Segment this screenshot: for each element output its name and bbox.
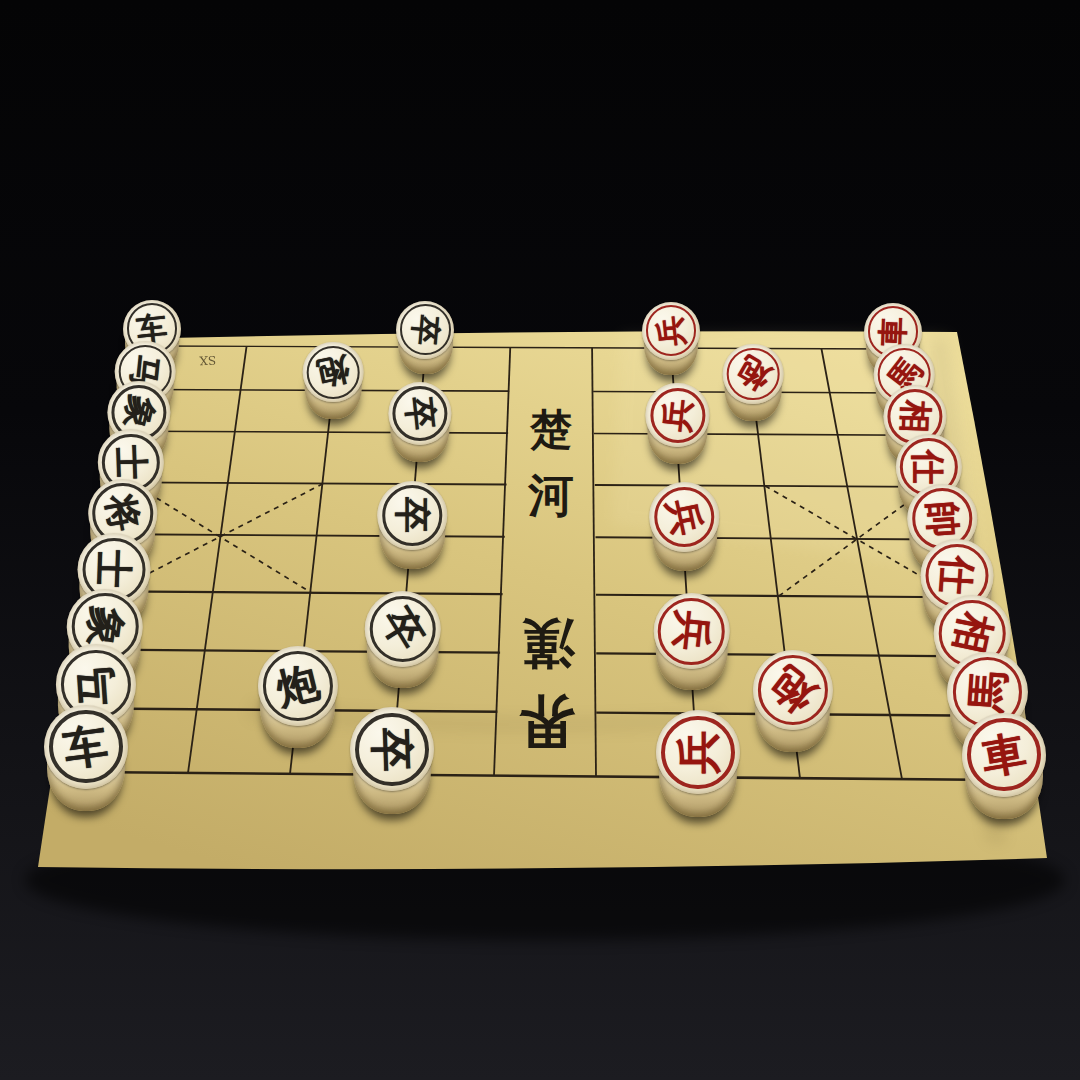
piece-character: 将 xyxy=(102,493,144,535)
piece-character: 仕 xyxy=(937,555,978,595)
piece-character: 卒 xyxy=(409,313,442,346)
piece-red-soldier[interactable]: 兵 xyxy=(656,710,740,824)
piece-character: 炮 xyxy=(764,661,822,719)
piece-red-soldier[interactable]: 兵 xyxy=(646,383,709,469)
piece-face: 車 xyxy=(962,713,1046,797)
piece-red-soldier[interactable]: 兵 xyxy=(653,593,730,697)
piece-red-soldier[interactable]: 兵 xyxy=(650,482,719,577)
piece-face: 炮 xyxy=(723,344,784,405)
piece-face: 卒 xyxy=(365,591,442,668)
piece-character: 車 xyxy=(979,729,1030,780)
piece-black-chariot[interactable]: 车 xyxy=(44,705,128,819)
piece-black-soldier[interactable]: 卒 xyxy=(350,707,434,821)
piece-character: 兵 xyxy=(655,314,688,347)
piece-character: 卒 xyxy=(369,727,414,772)
piece-character: 象 xyxy=(82,604,127,649)
piece-red-cannon[interactable]: 炮 xyxy=(723,344,784,426)
piece-character: 兵 xyxy=(670,609,714,653)
piece-character: 相 xyxy=(898,399,932,433)
piece-face: 炮 xyxy=(258,646,338,726)
piece-black-soldier[interactable]: 卒 xyxy=(388,382,451,468)
piece-character: 象 xyxy=(119,392,159,432)
piece-face: 炮 xyxy=(753,650,833,730)
pieces-layer: 车马象士将士象马车炮炮卒卒卒卒卒兵兵兵兵兵炮炮車馬相仕帥仕相馬車 xyxy=(0,0,1080,1080)
piece-black-soldier[interactable]: 卒 xyxy=(377,481,446,576)
piece-character: 相 xyxy=(949,610,996,657)
piece-character: 卒 xyxy=(394,497,430,533)
piece-character: 兵 xyxy=(663,496,706,539)
piece-character: 炮 xyxy=(272,661,323,712)
piece-face: 炮 xyxy=(303,342,364,403)
piece-black-soldier[interactable]: 卒 xyxy=(396,301,454,380)
piece-face: 兵 xyxy=(653,593,730,670)
piece-black-soldier[interactable]: 卒 xyxy=(365,591,442,695)
photo-scene: 楚河漢界SX 车马象士将士象马车炮炮卒卒卒卒卒兵兵兵兵兵炮炮車馬相仕帥仕相馬車 xyxy=(0,0,1080,1080)
piece-red-chariot[interactable]: 車 xyxy=(962,713,1046,827)
piece-character: 仕 xyxy=(911,450,945,484)
piece-character: 车 xyxy=(61,722,110,771)
piece-character: 兵 xyxy=(676,730,720,774)
piece-character: 炮 xyxy=(732,353,775,396)
piece-character: 炮 xyxy=(315,353,352,390)
piece-character: 兵 xyxy=(659,397,695,433)
piece-character: 馬 xyxy=(965,669,1009,713)
piece-face: 兵 xyxy=(646,383,709,446)
piece-character: 卒 xyxy=(375,602,430,657)
piece-face: 兵 xyxy=(642,302,700,360)
piece-face: 兵 xyxy=(656,710,740,794)
piece-face: 卒 xyxy=(388,382,451,445)
piece-character: 車 xyxy=(877,316,908,347)
piece-red-cannon[interactable]: 炮 xyxy=(753,650,833,759)
piece-black-cannon[interactable]: 炮 xyxy=(258,646,338,755)
piece-character: 卒 xyxy=(402,396,438,432)
piece-character: 帥 xyxy=(923,499,962,538)
piece-character: 士 xyxy=(113,445,149,481)
piece-character: 士 xyxy=(94,550,133,589)
piece-face: 车 xyxy=(44,705,128,789)
piece-face: 卒 xyxy=(350,707,434,791)
piece-black-cannon[interactable]: 炮 xyxy=(303,342,364,424)
piece-character: 马 xyxy=(74,662,118,706)
piece-red-soldier[interactable]: 兵 xyxy=(642,302,700,381)
piece-face: 卒 xyxy=(396,301,454,359)
